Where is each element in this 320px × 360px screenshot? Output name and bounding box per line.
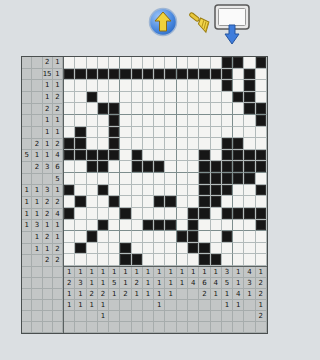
grid-cell-r9c10[interactable] [165,150,176,162]
grid-cell-r13c14[interactable] [211,196,222,208]
grid-cell-r7c4[interactable] [98,127,109,139]
grid-cell-r11c10[interactable] [165,173,176,185]
grid-cell-r12c13[interactable] [199,185,210,197]
grid-cell-r9c5[interactable] [109,150,120,162]
grid-cell-r3c16[interactable] [233,80,244,92]
send-to-screen-button[interactable] [213,3,251,45]
grid-cell-r18c13[interactable] [199,254,210,266]
grid-cell-r13c16[interactable] [233,196,244,208]
grid-cell-r1c12[interactable] [188,57,199,69]
grid-cell-r6c2[interactable] [75,115,86,127]
grid-cell-r13c11[interactable] [177,196,188,208]
grid-cell-r1c7[interactable] [132,57,143,69]
grid-cell-r15c15[interactable] [222,220,233,232]
grid-cell-r3c12[interactable] [188,80,199,92]
grid-cell-r7c3[interactable] [87,127,98,139]
grid-cell-r9c1[interactable] [64,150,75,162]
grid-cell-r18c5[interactable] [109,254,120,266]
grid-cell-r13c13[interactable] [199,196,210,208]
grid-cell-r18c12[interactable] [188,254,199,266]
grid-cell-r2c16[interactable] [233,69,244,81]
grid-cell-r8c4[interactable] [98,138,109,150]
grid-cell-r4c1[interactable] [64,92,75,104]
grid-cell-r8c16[interactable] [233,138,244,150]
grid-cell-r15c12[interactable] [188,220,199,232]
grid-cell-r1c14[interactable] [211,57,222,69]
grid-cell-r14c4[interactable] [98,208,109,220]
grid-cell-r17c12[interactable] [188,243,199,255]
grid-cell-r15c2[interactable] [75,220,86,232]
grid-cell-r12c18[interactable] [256,185,267,197]
grid-cell-r7c11[interactable] [177,127,188,139]
grid-cell-r7c18[interactable] [256,127,267,139]
grid-cell-r12c15[interactable] [222,185,233,197]
grid-cell-r12c4[interactable] [98,185,109,197]
grid-cell-r14c13[interactable] [199,208,210,220]
grid-cell-r12c9[interactable] [154,185,165,197]
grid-cell-r12c6[interactable] [120,185,131,197]
grid-cell-r7c17[interactable] [244,127,255,139]
grid-cell-r17c5[interactable] [109,243,120,255]
grid-cell-r18c11[interactable] [177,254,188,266]
grid-cell-r9c7[interactable] [132,150,143,162]
grid-cell-r18c17[interactable] [244,254,255,266]
grid-cell-r16c7[interactable] [132,231,143,243]
grid-cell-r6c3[interactable] [87,115,98,127]
grid-cell-r14c10[interactable] [165,208,176,220]
grid-cell-r13c18[interactable] [256,196,267,208]
grid-cell-r13c12[interactable] [188,196,199,208]
grid-cell-r10c12[interactable] [188,161,199,173]
grid-cell-r18c7[interactable] [132,254,143,266]
grid-cell-r14c16[interactable] [233,208,244,220]
grid-cell-r15c18[interactable] [256,220,267,232]
grid-cell-r9c2[interactable] [75,150,86,162]
grid-cell-r5c5[interactable] [109,103,120,115]
grid-cell-r7c14[interactable] [211,127,222,139]
grid-cell-r9c16[interactable] [233,150,244,162]
grid-cell-r6c18[interactable] [256,115,267,127]
grid-cell-r5c1[interactable] [64,103,75,115]
grid-cell-r3c10[interactable] [165,80,176,92]
grid-cell-r16c1[interactable] [64,231,75,243]
grid-cell-r8c6[interactable] [120,138,131,150]
grid-cell-r13c15[interactable] [222,196,233,208]
grid-cell-r4c12[interactable] [188,92,199,104]
grid-cell-r9c9[interactable] [154,150,165,162]
grid-cell-r7c7[interactable] [132,127,143,139]
grid-cell-r8c5[interactable] [109,138,120,150]
grid-cell-r16c8[interactable] [143,231,154,243]
grid-cell-r8c2[interactable] [75,138,86,150]
grid-cell-r1c17[interactable] [244,57,255,69]
grid-cell-r6c4[interactable] [98,115,109,127]
grid-cell-r9c17[interactable] [244,150,255,162]
grid-cell-r12c5[interactable] [109,185,120,197]
grid-cell-r6c6[interactable] [120,115,131,127]
grid-cell-r3c2[interactable] [75,80,86,92]
grid-cell-r18c9[interactable] [154,254,165,266]
grid-cell-r10c14[interactable] [211,161,222,173]
grid-cell-r6c16[interactable] [233,115,244,127]
grid-cell-r14c6[interactable] [120,208,131,220]
grid-cell-r4c8[interactable] [143,92,154,104]
grid-cell-r5c7[interactable] [132,103,143,115]
grid-cell-r13c6[interactable] [120,196,131,208]
grid-cell-r4c11[interactable] [177,92,188,104]
grid-cell-r15c3[interactable] [87,220,98,232]
grid-cell-r7c13[interactable] [199,127,210,139]
grid-cell-r16c10[interactable] [165,231,176,243]
grid-cell-r17c6[interactable] [120,243,131,255]
grid-cell-r15c4[interactable] [98,220,109,232]
grid-cell-r9c18[interactable] [256,150,267,162]
grid-cell-r4c13[interactable] [199,92,210,104]
grid-cell-r16c5[interactable] [109,231,120,243]
grid-cell-r13c7[interactable] [132,196,143,208]
grid-cell-r4c14[interactable] [211,92,222,104]
grid-cell-r8c14[interactable] [211,138,222,150]
grid-cell-r11c9[interactable] [154,173,165,185]
grid-cell-r18c14[interactable] [211,254,222,266]
grid-cell-r5c8[interactable] [143,103,154,115]
grid-cell-r7c12[interactable] [188,127,199,139]
grid-cell-r4c2[interactable] [75,92,86,104]
grid-cell-r2c5[interactable] [109,69,120,81]
grid-cell-r14c8[interactable] [143,208,154,220]
grid-cell-r11c17[interactable] [244,173,255,185]
grid-cell-r6c7[interactable] [132,115,143,127]
grid-cell-r2c7[interactable] [132,69,143,81]
grid-cell-r13c2[interactable] [75,196,86,208]
grid-cell-r2c8[interactable] [143,69,154,81]
grid-cell-r8c15[interactable] [222,138,233,150]
grid-cell-r1c18[interactable] [256,57,267,69]
grid-cell-r1c3[interactable] [87,57,98,69]
grid-cell-r8c9[interactable] [154,138,165,150]
grid-cell-r7c5[interactable] [109,127,120,139]
grid-cell-r3c13[interactable] [199,80,210,92]
up-arrow-button[interactable] [148,7,178,37]
grid-cell-r1c10[interactable] [165,57,176,69]
grid-cell-r7c6[interactable] [120,127,131,139]
grid-cell-r15c10[interactable] [165,220,176,232]
grid-cell-r6c9[interactable] [154,115,165,127]
grid-cell-r1c15[interactable] [222,57,233,69]
grid-cell-r5c15[interactable] [222,103,233,115]
grid-cell-r1c13[interactable] [199,57,210,69]
grid-cell-r9c3[interactable] [87,150,98,162]
grid-cell-r10c17[interactable] [244,161,255,173]
grid-cell-r14c17[interactable] [244,208,255,220]
grid-cell-r6c13[interactable] [199,115,210,127]
grid-cell-r16c12[interactable] [188,231,199,243]
grid-cell-r10c13[interactable] [199,161,210,173]
grid-cell-r7c15[interactable] [222,127,233,139]
grid-cell-r9c14[interactable] [211,150,222,162]
grid-cell-r13c4[interactable] [98,196,109,208]
grid-cell-r6c1[interactable] [64,115,75,127]
grid-cell-r15c16[interactable] [233,220,244,232]
grid-cell-r3c14[interactable] [211,80,222,92]
grid-cell-r6c15[interactable] [222,115,233,127]
grid-cell-r6c14[interactable] [211,115,222,127]
grid-cell-r7c1[interactable] [64,127,75,139]
grid-cell-r12c3[interactable] [87,185,98,197]
grid-cell-r3c15[interactable] [222,80,233,92]
grid-cell-r8c1[interactable] [64,138,75,150]
grid-cell-r2c10[interactable] [165,69,176,81]
grid-cell-r2c14[interactable] [211,69,222,81]
grid-cell-r5c10[interactable] [165,103,176,115]
grid-cell-r16c9[interactable] [154,231,165,243]
grid-cell-r8c12[interactable] [188,138,199,150]
grid-cell-r14c15[interactable] [222,208,233,220]
grid-cell-r14c3[interactable] [87,208,98,220]
grid-cell-r17c4[interactable] [98,243,109,255]
grid-cell-r15c11[interactable] [177,220,188,232]
grid-cell-r5c6[interactable] [120,103,131,115]
grid-cell-r11c3[interactable] [87,173,98,185]
grid-cell-r2c18[interactable] [256,69,267,81]
grid-cell-r17c7[interactable] [132,243,143,255]
grid-cell-r3c9[interactable] [154,80,165,92]
grid-cell-r10c8[interactable] [143,161,154,173]
grid-cell-r4c3[interactable] [87,92,98,104]
grid-cell-r10c18[interactable] [256,161,267,173]
grid-cell-r11c14[interactable] [211,173,222,185]
grid-cell-r7c10[interactable] [165,127,176,139]
grid-cell-r4c6[interactable] [120,92,131,104]
grid-cell-r17c16[interactable] [233,243,244,255]
grid-cell-r6c17[interactable] [244,115,255,127]
grid-cell-r15c14[interactable] [211,220,222,232]
grid-cell-r3c8[interactable] [143,80,154,92]
grid-cell-r3c7[interactable] [132,80,143,92]
grid-cell-r13c3[interactable] [87,196,98,208]
grid-cell-r9c8[interactable] [143,150,154,162]
grid-cell-r10c10[interactable] [165,161,176,173]
grid-cell-r10c16[interactable] [233,161,244,173]
grid-cell-r8c11[interactable] [177,138,188,150]
grid-cell-r15c8[interactable] [143,220,154,232]
grid-cell-r12c11[interactable] [177,185,188,197]
grid-cell-r3c17[interactable] [244,80,255,92]
grid-cell-r13c17[interactable] [244,196,255,208]
grid-cell-r1c8[interactable] [143,57,154,69]
grid-cell-r6c11[interactable] [177,115,188,127]
grid-cell-r9c6[interactable] [120,150,131,162]
grid-cell-r3c18[interactable] [256,80,267,92]
grid-cell-r14c5[interactable] [109,208,120,220]
grid-cell-r16c3[interactable] [87,231,98,243]
grid-cell-r1c2[interactable] [75,57,86,69]
grid-cell-r16c15[interactable] [222,231,233,243]
grid-cell-r2c2[interactable] [75,69,86,81]
grid-cell-r4c17[interactable] [244,92,255,104]
grid-cell-r11c1[interactable] [64,173,75,185]
grid-cell-r13c9[interactable] [154,196,165,208]
brush-tool-button[interactable] [186,9,214,36]
grid-cell-r9c4[interactable] [98,150,109,162]
grid-cell-r5c4[interactable] [98,103,109,115]
grid-cell-r11c12[interactable] [188,173,199,185]
grid-cell-r17c3[interactable] [87,243,98,255]
grid-cell-r15c13[interactable] [199,220,210,232]
grid-cell-r1c11[interactable] [177,57,188,69]
grid-cell-r17c11[interactable] [177,243,188,255]
grid-cell-r6c5[interactable] [109,115,120,127]
grid-cell-r13c10[interactable] [165,196,176,208]
grid-cell-r8c8[interactable] [143,138,154,150]
grid-cell-r14c18[interactable] [256,208,267,220]
grid-cell-r11c7[interactable] [132,173,143,185]
grid-cell-r4c9[interactable] [154,92,165,104]
grid-cell-r17c10[interactable] [165,243,176,255]
grid-cell-r4c7[interactable] [132,92,143,104]
grid-cell-r13c8[interactable] [143,196,154,208]
grid-cell-r5c11[interactable] [177,103,188,115]
grid-cell-r3c6[interactable] [120,80,131,92]
grid-cell-r10c4[interactable] [98,161,109,173]
grid-cell-r18c2[interactable] [75,254,86,266]
grid-cell-r17c15[interactable] [222,243,233,255]
grid-cell-r18c3[interactable] [87,254,98,266]
grid-cell-r3c11[interactable] [177,80,188,92]
grid-cell-r14c11[interactable] [177,208,188,220]
grid-cell-r10c6[interactable] [120,161,131,173]
grid-cell-r2c4[interactable] [98,69,109,81]
grid-cell-r14c14[interactable] [211,208,222,220]
grid-cell-r1c1[interactable] [64,57,75,69]
grid-cell-r16c16[interactable] [233,231,244,243]
grid-cell-r10c1[interactable] [64,161,75,173]
grid-cell-r9c13[interactable] [199,150,210,162]
grid-cell-r15c6[interactable] [120,220,131,232]
grid-cell-r2c3[interactable] [87,69,98,81]
grid-cell-r18c1[interactable] [64,254,75,266]
grid-cell-r9c11[interactable] [177,150,188,162]
grid-cell-r14c1[interactable] [64,208,75,220]
grid-cell-r2c12[interactable] [188,69,199,81]
grid-cell-r14c7[interactable] [132,208,143,220]
grid-cell-r4c18[interactable] [256,92,267,104]
grid-cell-r1c6[interactable] [120,57,131,69]
grid-cell-r5c12[interactable] [188,103,199,115]
grid-cell-r16c6[interactable] [120,231,131,243]
grid-cell-r2c9[interactable] [154,69,165,81]
grid-cell-r12c2[interactable] [75,185,86,197]
grid-cell-r11c4[interactable] [98,173,109,185]
grid-cell-r10c3[interactable] [87,161,98,173]
grid-cell-r12c10[interactable] [165,185,176,197]
grid-cell-r15c5[interactable] [109,220,120,232]
grid-cell-r8c7[interactable] [132,138,143,150]
grid-cell-r2c17[interactable] [244,69,255,81]
grid-cell-r5c9[interactable] [154,103,165,115]
grid-cell-r7c8[interactable] [143,127,154,139]
grid-cell-r7c2[interactable] [75,127,86,139]
grid-cell-r17c13[interactable] [199,243,210,255]
grid-cell-r4c5[interactable] [109,92,120,104]
grid-cell-r16c17[interactable] [244,231,255,243]
grid-cell-r11c11[interactable] [177,173,188,185]
grid-cell-r3c5[interactable] [109,80,120,92]
grid-cell-r2c6[interactable] [120,69,131,81]
grid-cell-r10c7[interactable] [132,161,143,173]
grid-cell-r13c5[interactable] [109,196,120,208]
grid-cell-r12c14[interactable] [211,185,222,197]
grid-cell-r17c1[interactable] [64,243,75,255]
grid-cell-r16c13[interactable] [199,231,210,243]
grid-cell-r12c12[interactable] [188,185,199,197]
grid-cell-r18c8[interactable] [143,254,154,266]
grid-cell-r1c9[interactable] [154,57,165,69]
grid-cell-r14c12[interactable] [188,208,199,220]
grid-cell-r9c12[interactable] [188,150,199,162]
grid-cell-r18c4[interactable] [98,254,109,266]
grid-cell-r5c3[interactable] [87,103,98,115]
grid-cell-r16c2[interactable] [75,231,86,243]
grid-cell-r13c1[interactable] [64,196,75,208]
grid-cell-r7c9[interactable] [154,127,165,139]
grid-cell-r5c14[interactable] [211,103,222,115]
grid-cell-r15c17[interactable] [244,220,255,232]
grid-cell-r8c17[interactable] [244,138,255,150]
grid-cell-r11c15[interactable] [222,173,233,185]
grid-cell-r4c15[interactable] [222,92,233,104]
grid-cell-r18c16[interactable] [233,254,244,266]
grid-cell-r12c8[interactable] [143,185,154,197]
grid-cell-r10c2[interactable] [75,161,86,173]
grid-cell-r17c14[interactable] [211,243,222,255]
grid-cell-r5c2[interactable] [75,103,86,115]
grid-cell-r11c5[interactable] [109,173,120,185]
grid-cell-r7c16[interactable] [233,127,244,139]
grid-cell-r14c9[interactable] [154,208,165,220]
grid-cell-r8c10[interactable] [165,138,176,150]
grid-cell-r3c3[interactable] [87,80,98,92]
grid-cell-r14c2[interactable] [75,208,86,220]
grid-cell-r2c11[interactable] [177,69,188,81]
grid-cell-r6c10[interactable] [165,115,176,127]
grid-cell-r11c16[interactable] [233,173,244,185]
grid-cell-r12c7[interactable] [132,185,143,197]
grid-cell-r15c7[interactable] [132,220,143,232]
grid-cell-r16c18[interactable] [256,231,267,243]
grid-cell-r18c6[interactable] [120,254,131,266]
grid-cell-r10c9[interactable] [154,161,165,173]
grid-cell-r1c4[interactable] [98,57,109,69]
grid-cell-r3c4[interactable] [98,80,109,92]
grid-cell-r15c9[interactable] [154,220,165,232]
grid-cell-r4c4[interactable] [98,92,109,104]
grid-cell-r5c13[interactable] [199,103,210,115]
grid-cell-r3c1[interactable] [64,80,75,92]
grid-cell-r11c13[interactable] [199,173,210,185]
grid-cell-r16c11[interactable] [177,231,188,243]
grid-cell-r6c12[interactable] [188,115,199,127]
grid-cell-r10c11[interactable] [177,161,188,173]
grid-cell-r5c17[interactable] [244,103,255,115]
grid-cell-r8c3[interactable] [87,138,98,150]
grid-cell-r11c2[interactable] [75,173,86,185]
grid-cell-r15c1[interactable] [64,220,75,232]
grid-cell-r18c18[interactable] [256,254,267,266]
grid-cell-r1c5[interactable] [109,57,120,69]
grid-cell-r17c2[interactable] [75,243,86,255]
grid-cell-r9c15[interactable] [222,150,233,162]
